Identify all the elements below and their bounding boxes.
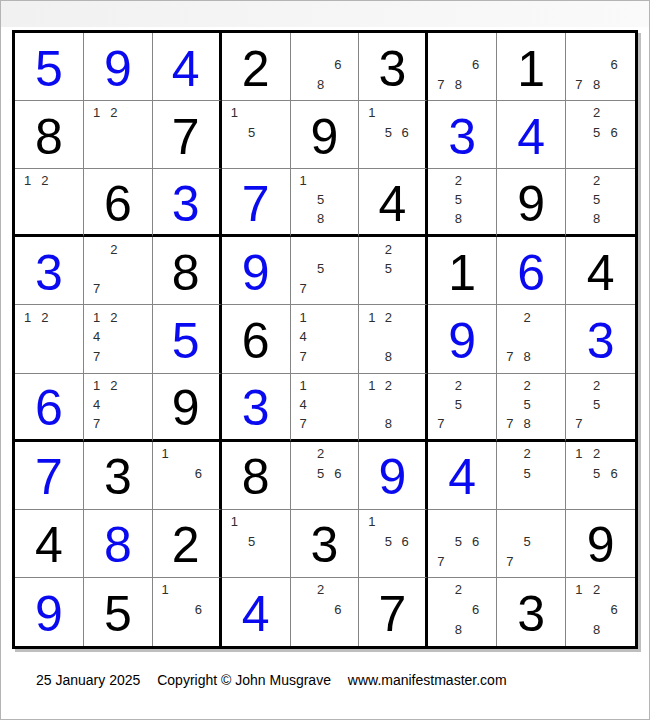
candidate-digit: 5 [588, 395, 606, 414]
cell-r1c4[interactable]: 2 [222, 33, 291, 101]
cell-r3c3[interactable]: 3 [153, 169, 222, 237]
candidate-digit: 5 [588, 463, 606, 483]
candidate-digit: 2 [36, 307, 53, 327]
candidate-digit: 1 [88, 307, 105, 327]
cell-r8c8[interactable]: 57 [497, 510, 566, 578]
footer: 25 January 2025 Copyright © John Musgrav… [36, 672, 507, 688]
candidate-digit: 2 [588, 171, 606, 190]
candidates: 12 [19, 171, 71, 228]
candidates: 128 [363, 307, 413, 366]
cell-r4c2[interactable]: 27 [84, 237, 153, 305]
candidates: 16 [157, 444, 207, 503]
cell-r5c6[interactable]: 128 [359, 305, 428, 373]
candidate-digit: 2 [380, 239, 397, 259]
candidates: 128 [363, 376, 413, 433]
solved-digit: 3 [566, 305, 635, 372]
candidates: 27 [88, 239, 140, 298]
candidate-digit: 8 [450, 620, 467, 640]
cell-r1c6[interactable]: 3 [359, 33, 428, 101]
cell-r4c4[interactable]: 9 [222, 237, 291, 305]
candidate-digit: 6 [397, 531, 414, 551]
top-strip [1, 1, 649, 27]
cell-r9c1[interactable]: 9 [15, 578, 84, 646]
candidate-digit: 6 [329, 55, 346, 75]
cell-r7c4[interactable]: 8 [222, 442, 291, 510]
cell-r6c6[interactable]: 128 [359, 374, 428, 442]
solved-digit: 5 [15, 33, 83, 100]
cell-r2c6[interactable]: 156 [359, 101, 428, 169]
candidate-digit: 4 [88, 395, 105, 414]
candidate-digit: 7 [432, 74, 449, 94]
candidate-digit: 2 [380, 307, 397, 327]
candidate-digit: 7 [88, 279, 105, 299]
candidate-digit: 7 [501, 414, 518, 433]
cell-r5c1[interactable]: 12 [15, 305, 84, 373]
candidate-digit: 2 [588, 376, 606, 395]
candidate-digit: 5 [312, 259, 329, 279]
solved-digit: 4 [222, 578, 290, 646]
given-digit: 3 [497, 578, 565, 646]
candidate-digit: 6 [190, 463, 207, 483]
candidate-digit: 8 [450, 209, 467, 228]
cell-r5c4[interactable]: 6 [222, 305, 291, 373]
candidate-digit: 2 [312, 580, 329, 600]
given-digit: 4 [15, 510, 83, 577]
given-digit: 7 [359, 578, 425, 646]
candidate-digit: 2 [588, 580, 606, 600]
cell-r1c7[interactable]: 678 [428, 33, 497, 101]
candidate-digit: 1 [157, 580, 174, 600]
candidate-digit: 5 [243, 531, 260, 551]
cell-r9c3[interactable]: 16 [153, 578, 222, 646]
solved-digit: 7 [15, 442, 83, 509]
candidate-digit: 1 [88, 376, 105, 395]
candidate-digit: 1 [88, 103, 105, 123]
given-digit: 8 [222, 442, 290, 509]
cell-r3c2[interactable]: 6 [84, 169, 153, 237]
cell-r7c5[interactable]: 256 [291, 442, 360, 510]
sudoku-board: 5942683678167881271591563425612637158425… [12, 30, 638, 649]
cell-r1c2[interactable]: 9 [84, 33, 153, 101]
candidate-digit: 7 [432, 551, 449, 571]
candidate-digit: 7 [295, 414, 312, 433]
candidate-digit: 7 [88, 414, 105, 433]
cell-r7c1[interactable]: 7 [15, 442, 84, 510]
candidate-digit: 8 [588, 209, 606, 228]
cell-r4c8[interactable]: 6 [497, 237, 566, 305]
given-digit: 8 [153, 237, 219, 304]
cell-r6c1[interactable]: 6 [15, 374, 84, 442]
cell-r9c7[interactable]: 268 [428, 578, 497, 646]
candidate-digit: 1 [363, 103, 380, 123]
candidates: 1247 [88, 307, 140, 366]
candidate-digit: 2 [380, 376, 397, 395]
candidate-digit: 7 [88, 347, 105, 367]
solved-digit: 5 [153, 305, 219, 372]
given-digit: 6 [84, 169, 152, 234]
candidate-digit: 7 [295, 279, 312, 299]
candidates: 15 [226, 103, 278, 162]
given-digit: 9 [566, 510, 635, 577]
cell-r6c3[interactable]: 9 [153, 374, 222, 442]
candidate-digit: 8 [312, 209, 329, 228]
cell-r9c8[interactable]: 3 [497, 578, 566, 646]
cell-r1c3[interactable]: 4 [153, 33, 222, 101]
candidate-digit: 5 [450, 190, 467, 209]
cell-r3c7[interactable]: 258 [428, 169, 497, 237]
candidates: 678 [570, 35, 623, 94]
candidate-digit: 5 [312, 190, 329, 209]
candidates: 158 [295, 171, 347, 228]
cell-r6c8[interactable]: 2578 [497, 374, 566, 442]
candidate-digit: 6 [605, 55, 623, 75]
candidate-digit: 8 [588, 74, 606, 94]
given-digit: 4 [359, 169, 425, 234]
candidate-digit: 5 [519, 531, 536, 551]
candidates: 257 [432, 376, 484, 433]
cell-r3c6[interactable]: 4 [359, 169, 428, 237]
cell-r8c5[interactable]: 3 [291, 510, 360, 578]
solved-digit: 3 [15, 237, 83, 304]
given-digit: 8 [15, 101, 83, 168]
candidate-digit: 4 [88, 327, 105, 347]
candidates: 268 [432, 580, 484, 640]
solved-digit: 7 [222, 169, 290, 234]
cell-r2c3[interactable]: 7 [153, 101, 222, 169]
given-digit: 5 [84, 578, 152, 646]
cell-r5c5[interactable]: 147 [291, 305, 360, 373]
candidate-digit: 2 [312, 444, 329, 464]
candidate-digit: 2 [105, 103, 122, 123]
candidate-digit: 8 [380, 347, 397, 367]
cell-r8c2[interactable]: 8 [84, 510, 153, 578]
solved-digit: 3 [153, 169, 219, 234]
candidate-digit: 7 [432, 414, 449, 433]
cell-r1c5[interactable]: 68 [291, 33, 360, 101]
cell-r2c5[interactable]: 9 [291, 101, 360, 169]
candidate-digit: 5 [519, 395, 536, 414]
candidate-digit: 7 [501, 551, 518, 571]
cell-r7c8[interactable]: 25 [497, 442, 566, 510]
solved-digit: 8 [84, 510, 152, 577]
given-digit: 7 [153, 101, 219, 168]
cell-r5c3[interactable]: 5 [153, 305, 222, 373]
candidate-digit: 4 [295, 395, 312, 414]
cell-r6c7[interactable]: 257 [428, 374, 497, 442]
candidates: 258 [570, 171, 623, 228]
candidate-digit: 2 [588, 444, 606, 464]
given-digit: 6 [222, 305, 290, 372]
given-digit: 2 [222, 33, 290, 100]
candidate-digit: 6 [605, 600, 623, 620]
candidate-digit: 1 [226, 512, 243, 532]
cell-r1c1[interactable]: 5 [15, 33, 84, 101]
solved-digit: 9 [222, 237, 290, 304]
candidates: 147 [295, 376, 347, 433]
cell-r5c9[interactable]: 3 [566, 305, 635, 373]
cell-r2c1[interactable]: 8 [15, 101, 84, 169]
given-digit: 4 [566, 237, 635, 304]
cell-r4c3[interactable]: 8 [153, 237, 222, 305]
candidates: 258 [432, 171, 484, 228]
candidate-digit: 1 [157, 444, 174, 464]
candidate-digit: 1 [363, 512, 380, 532]
cell-r2c2[interactable]: 12 [84, 101, 153, 169]
candidate-digit: 5 [588, 123, 606, 143]
cell-r1c9[interactable]: 678 [566, 33, 635, 101]
candidate-digit: 2 [105, 239, 122, 259]
cell-r3c5[interactable]: 158 [291, 169, 360, 237]
cell-r2c8[interactable]: 4 [497, 101, 566, 169]
cell-r1c8[interactable]: 1 [497, 33, 566, 101]
cell-r4c6[interactable]: 25 [359, 237, 428, 305]
candidate-digit: 1 [19, 307, 36, 327]
cell-r7c2[interactable]: 3 [84, 442, 153, 510]
candidate-digit: 2 [105, 307, 122, 327]
cell-r8c7[interactable]: 567 [428, 510, 497, 578]
candidate-digit: 6 [190, 600, 207, 620]
cell-r2c7[interactable]: 3 [428, 101, 497, 169]
candidate-digit: 5 [380, 123, 397, 143]
candidate-digit: 6 [467, 531, 484, 551]
candidates: 147 [295, 307, 347, 366]
candidates: 26 [295, 580, 347, 640]
solved-digit: 3 [222, 374, 290, 439]
candidate-digit: 6 [605, 123, 623, 143]
solved-digit: 3 [428, 101, 496, 168]
candidate-digit: 5 [450, 395, 467, 414]
candidates: 15 [226, 512, 278, 571]
candidates: 156 [363, 103, 413, 162]
candidate-digit: 2 [36, 171, 53, 190]
given-digit: 9 [497, 169, 565, 234]
candidate-digit: 8 [450, 74, 467, 94]
given-digit: 1 [428, 237, 496, 304]
solved-digit: 6 [497, 237, 565, 304]
cell-r7c6[interactable]: 9 [359, 442, 428, 510]
candidates: 12 [19, 307, 71, 366]
candidate-digit: 1 [295, 171, 312, 190]
candidate-digit: 6 [467, 600, 484, 620]
given-digit: 1 [497, 33, 565, 100]
given-digit: 2 [153, 510, 219, 577]
candidates: 156 [363, 512, 413, 571]
candidate-digit: 4 [295, 327, 312, 347]
solved-digit: 9 [359, 442, 425, 509]
cell-r3c9[interactable]: 258 [566, 169, 635, 237]
website-link[interactable]: www.manifestmaster.com [348, 672, 507, 688]
candidate-digit: 2 [519, 444, 536, 464]
candidate-digit: 5 [519, 463, 536, 483]
cell-r5c8[interactable]: 278 [497, 305, 566, 373]
solved-digit: 4 [153, 33, 219, 100]
cell-r8c6[interactable]: 156 [359, 510, 428, 578]
cell-r9c2[interactable]: 5 [84, 578, 153, 646]
candidates: 1247 [88, 376, 140, 433]
candidate-digit: 8 [588, 620, 606, 640]
solved-digit: 9 [428, 305, 496, 372]
candidates: 1256 [570, 444, 623, 503]
cell-r4c5[interactable]: 57 [291, 237, 360, 305]
cell-r4c1[interactable]: 3 [15, 237, 84, 305]
cell-r6c5[interactable]: 147 [291, 374, 360, 442]
candidate-digit: 5 [450, 531, 467, 551]
given-digit: 9 [153, 374, 219, 439]
candidate-digit: 6 [329, 463, 346, 483]
copyright-text: Copyright © John Musgrave [157, 672, 331, 688]
candidate-digit: 7 [295, 347, 312, 367]
cell-r6c9[interactable]: 257 [566, 374, 635, 442]
cell-r7c3[interactable]: 16 [153, 442, 222, 510]
candidates: 16 [157, 580, 207, 640]
candidate-digit: 2 [519, 376, 536, 395]
cell-r9c6[interactable]: 7 [359, 578, 428, 646]
cell-r6c2[interactable]: 1247 [84, 374, 153, 442]
given-digit: 3 [359, 33, 425, 100]
candidate-digit: 7 [570, 74, 588, 94]
given-digit: 3 [84, 442, 152, 509]
cell-r8c3[interactable]: 2 [153, 510, 222, 578]
given-digit: 9 [291, 101, 359, 168]
candidate-digit: 5 [243, 123, 260, 143]
cell-r5c7[interactable]: 9 [428, 305, 497, 373]
candidate-digit: 1 [226, 103, 243, 123]
solved-digit: 6 [15, 374, 83, 439]
cell-r9c9[interactable]: 1268 [566, 578, 635, 646]
solved-digit: 4 [428, 442, 496, 509]
cell-r2c4[interactable]: 15 [222, 101, 291, 169]
candidates: 12 [88, 103, 140, 162]
candidates: 256 [295, 444, 347, 503]
candidates: 2578 [501, 376, 553, 433]
candidate-digit: 6 [467, 55, 484, 75]
cell-r3c1[interactable]: 12 [15, 169, 84, 237]
candidate-digit: 1 [570, 580, 588, 600]
candidates: 256 [570, 103, 623, 162]
candidates: 68 [295, 35, 347, 94]
candidates: 25 [501, 444, 553, 503]
candidate-digit: 5 [380, 531, 397, 551]
candidate-digit: 2 [105, 376, 122, 395]
candidate-digit: 1 [295, 307, 312, 327]
candidate-digit: 6 [397, 123, 414, 143]
cell-r7c9[interactable]: 1256 [566, 442, 635, 510]
candidates: 567 [432, 512, 484, 571]
candidate-digit: 8 [312, 74, 329, 94]
cell-r8c9[interactable]: 9 [566, 510, 635, 578]
candidates: 25 [363, 239, 413, 298]
candidate-digit: 5 [588, 190, 606, 209]
candidates: 278 [501, 307, 553, 366]
cell-r7c7[interactable]: 4 [428, 442, 497, 510]
candidate-digit: 1 [363, 376, 380, 395]
cell-r5c2[interactable]: 1247 [84, 305, 153, 373]
cell-r2c9[interactable]: 256 [566, 101, 635, 169]
cell-r3c4[interactable]: 7 [222, 169, 291, 237]
candidate-digit: 1 [570, 444, 588, 464]
candidates: 678 [432, 35, 484, 94]
candidate-digit: 8 [519, 414, 536, 433]
candidate-digit: 1 [19, 171, 36, 190]
candidate-digit: 8 [380, 414, 397, 433]
cell-r9c5[interactable]: 26 [291, 578, 360, 646]
solved-digit: 9 [84, 33, 152, 100]
candidate-digit: 1 [363, 307, 380, 327]
candidate-digit: 1 [295, 376, 312, 395]
candidate-digit: 2 [519, 307, 536, 327]
cell-r4c9[interactable]: 4 [566, 237, 635, 305]
candidate-digit: 2 [450, 580, 467, 600]
solved-digit: 4 [497, 101, 565, 168]
candidate-digit: 2 [450, 171, 467, 190]
cell-r4c7[interactable]: 1 [428, 237, 497, 305]
candidate-digit: 7 [501, 347, 518, 367]
candidate-digit: 2 [588, 103, 606, 123]
cell-r8c4[interactable]: 15 [222, 510, 291, 578]
cell-r8c1[interactable]: 4 [15, 510, 84, 578]
puzzle-date: 25 January 2025 [36, 672, 140, 688]
candidates: 57 [501, 512, 553, 571]
solved-digit: 9 [15, 578, 83, 646]
candidate-digit: 5 [312, 463, 329, 483]
candidate-digit: 6 [605, 463, 623, 483]
candidates: 1268 [570, 580, 623, 640]
candidate-digit: 2 [450, 376, 467, 395]
cell-r9c4[interactable]: 4 [222, 578, 291, 646]
cell-r3c8[interactable]: 9 [497, 169, 566, 237]
given-digit: 3 [291, 510, 359, 577]
candidate-digit: 5 [380, 259, 397, 279]
candidate-digit: 8 [519, 347, 536, 367]
candidates: 257 [570, 376, 623, 433]
candidate-digit: 7 [570, 414, 588, 433]
cell-r6c4[interactable]: 3 [222, 374, 291, 442]
candidate-digit: 6 [329, 600, 346, 620]
candidates: 57 [295, 239, 347, 298]
